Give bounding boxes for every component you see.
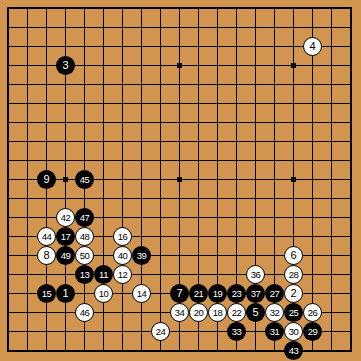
stone-white-32: 32	[265, 303, 284, 322]
stone-white-2: 2	[284, 284, 303, 303]
go-diagram-canvas: 1234567891011121314151617181920212223242…	[0, 0, 361, 361]
stone-white-36: 36	[246, 265, 265, 284]
move-number: 8	[43, 250, 49, 261]
stone-white-42: 42	[56, 208, 75, 227]
move-number: 7	[176, 288, 182, 299]
stone-black-15: 15	[37, 284, 56, 303]
move-number: 37	[251, 288, 261, 298]
stone-black-49: 49	[56, 246, 75, 265]
move-number: 27	[270, 288, 280, 298]
move-number: 22	[232, 307, 242, 317]
move-number: 30	[289, 326, 299, 336]
grid-line-horizontal	[8, 198, 351, 199]
move-number: 44	[42, 231, 52, 241]
move-number: 10	[99, 288, 109, 298]
stone-black-7: 7	[170, 284, 189, 303]
move-number: 9	[43, 174, 49, 185]
move-number: 46	[80, 307, 90, 317]
stone-white-4: 4	[303, 37, 322, 56]
star-point	[177, 177, 182, 182]
move-number: 33	[232, 326, 242, 336]
move-number: 24	[156, 326, 166, 336]
star-point	[291, 63, 296, 68]
stone-black-27: 27	[265, 284, 284, 303]
move-number: 19	[213, 288, 223, 298]
stone-black-39: 39	[132, 246, 151, 265]
move-number: 40	[118, 250, 128, 260]
move-number: 25	[289, 307, 299, 317]
move-number: 11	[99, 269, 108, 279]
stone-white-6: 6	[284, 246, 303, 265]
stone-black-31: 31	[265, 322, 284, 341]
move-number: 23	[232, 288, 242, 298]
move-number: 36	[251, 269, 261, 279]
stone-black-29: 29	[303, 322, 322, 341]
move-number: 26	[308, 307, 318, 317]
stone-black-25: 25	[284, 303, 303, 322]
stone-black-19: 19	[208, 284, 227, 303]
stone-white-34: 34	[170, 303, 189, 322]
stone-white-30: 30	[284, 322, 303, 341]
stone-white-28: 28	[284, 265, 303, 284]
stone-white-20: 20	[189, 303, 208, 322]
stone-black-47: 47	[75, 208, 94, 227]
stone-black-33: 33	[227, 322, 246, 341]
stone-white-18: 18	[208, 303, 227, 322]
stone-white-40: 40	[113, 246, 132, 265]
move-number: 50	[80, 250, 90, 260]
stone-black-45: 45	[75, 170, 94, 189]
star-point	[177, 63, 182, 68]
stone-black-1: 1	[56, 284, 75, 303]
stone-black-21: 21	[189, 284, 208, 303]
stone-black-9: 9	[37, 170, 56, 189]
grid-line-vertical	[331, 8, 332, 351]
stone-white-14: 14	[132, 284, 151, 303]
move-number: 18	[213, 307, 223, 317]
move-number: 31	[270, 326, 280, 336]
stone-white-12: 12	[113, 265, 132, 284]
stone-black-43: 43	[284, 341, 303, 360]
move-number: 21	[194, 288, 204, 298]
move-number: 12	[118, 269, 128, 279]
move-number: 47	[80, 212, 90, 222]
go-board[interactable]: 1234567891011121314151617181920212223242…	[0, 0, 361, 361]
stone-white-44: 44	[37, 227, 56, 246]
move-number: 45	[80, 174, 90, 184]
stone-white-10: 10	[94, 284, 113, 303]
stone-white-48: 48	[75, 227, 94, 246]
stone-white-16: 16	[113, 227, 132, 246]
move-number: 3	[62, 60, 68, 71]
stone-black-23: 23	[227, 284, 246, 303]
stone-white-46: 46	[75, 303, 94, 322]
move-number: 29	[308, 326, 318, 336]
stone-black-13: 13	[75, 265, 94, 284]
stone-white-50: 50	[75, 246, 94, 265]
grid-line-vertical	[312, 8, 313, 351]
move-number: 48	[80, 231, 90, 241]
move-number: 6	[290, 250, 296, 261]
stone-white-26: 26	[303, 303, 322, 322]
move-number: 17	[61, 231, 71, 241]
move-number: 5	[252, 307, 258, 318]
stone-white-24: 24	[151, 322, 170, 341]
stone-white-8: 8	[37, 246, 56, 265]
move-number: 34	[175, 307, 185, 317]
move-number: 28	[289, 269, 299, 279]
star-point	[63, 177, 68, 182]
move-number: 49	[61, 250, 71, 260]
move-number: 4	[309, 41, 315, 52]
stone-black-5: 5	[246, 303, 265, 322]
move-number: 20	[194, 307, 204, 317]
move-number: 39	[137, 250, 147, 260]
move-number: 15	[42, 288, 52, 298]
star-point	[291, 177, 296, 182]
move-number: 13	[80, 269, 90, 279]
move-number: 1	[62, 288, 68, 299]
stone-white-22: 22	[227, 303, 246, 322]
move-number: 2	[290, 288, 296, 299]
stone-black-17: 17	[56, 227, 75, 246]
move-number: 43	[289, 345, 299, 355]
move-number: 14	[137, 288, 147, 298]
stone-black-3: 3	[56, 56, 75, 75]
move-number: 16	[118, 231, 128, 241]
stone-black-11: 11	[94, 265, 113, 284]
move-number: 32	[270, 307, 280, 317]
move-number: 42	[61, 212, 71, 222]
stone-black-37: 37	[246, 284, 265, 303]
